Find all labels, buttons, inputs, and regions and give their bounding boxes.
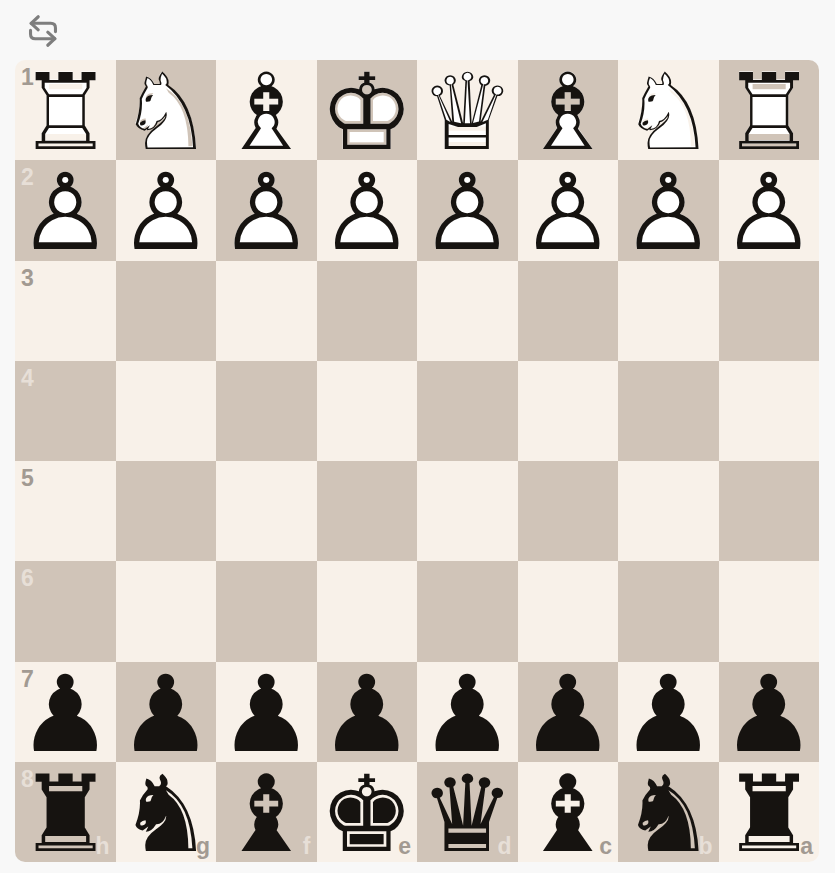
square-d2[interactable]: ♟♙	[417, 160, 518, 260]
piece-glyph: ♕	[420, 60, 515, 166]
piece-glyph: ♛	[420, 762, 515, 862]
piece-white-pawn[interactable]: ♟♙	[15, 160, 116, 260]
piece-black-pawn[interactable]: ♟	[518, 662, 619, 762]
piece-black-pawn[interactable]: ♟	[417, 662, 518, 762]
square-b3[interactable]	[618, 261, 719, 361]
piece-white-rook[interactable]: ♜♖	[15, 60, 116, 160]
piece-glyph: ♞	[118, 762, 213, 862]
piece-glyph: ♜	[18, 762, 113, 862]
piece-white-knight[interactable]: ♞♘	[116, 60, 217, 160]
square-d6[interactable]	[417, 561, 518, 661]
square-d3[interactable]	[417, 261, 518, 361]
square-a4[interactable]	[719, 361, 820, 461]
piece-glyph: ♝	[219, 762, 314, 862]
square-b5[interactable]	[618, 461, 719, 561]
square-g2[interactable]: ♟♙	[116, 160, 217, 260]
square-b8[interactable]: b♞	[618, 762, 719, 862]
piece-white-bishop[interactable]: ♝♗	[216, 60, 317, 160]
piece-glyph: ♟	[18, 662, 113, 768]
piece-black-queen[interactable]: ♛	[417, 762, 518, 862]
piece-glyph: ♘	[621, 60, 716, 166]
piece-glyph: ♖	[18, 60, 113, 166]
piece-white-pawn[interactable]: ♟♙	[317, 160, 418, 260]
square-b4[interactable]	[618, 361, 719, 461]
piece-glyph: ♗	[219, 60, 314, 166]
piece-black-pawn[interactable]: ♟	[719, 662, 820, 762]
piece-white-king[interactable]: ♚♔	[317, 60, 418, 160]
piece-white-pawn[interactable]: ♟♙	[719, 160, 820, 260]
rank-label-4: 4	[21, 367, 34, 390]
square-g6[interactable]	[116, 561, 217, 661]
piece-glyph: ♟	[219, 662, 314, 768]
piece-glyph: ♖	[721, 60, 816, 166]
square-g8[interactable]: g♞	[116, 762, 217, 862]
piece-glyph: ♟	[721, 662, 816, 768]
flip-board-button[interactable]	[24, 12, 62, 50]
piece-glyph: ♙	[219, 160, 314, 266]
square-e8[interactable]: e♚	[317, 762, 418, 862]
piece-white-pawn[interactable]: ♟♙	[216, 160, 317, 260]
square-a3[interactable]	[719, 261, 820, 361]
piece-black-pawn[interactable]: ♟	[618, 662, 719, 762]
square-f1[interactable]: ♝♗	[216, 60, 317, 160]
square-c7[interactable]: ♟	[518, 662, 619, 762]
square-f8[interactable]: f♝	[216, 762, 317, 862]
square-h2[interactable]: 2♟♙	[15, 160, 116, 260]
piece-glyph: ♟	[420, 662, 515, 768]
piece-white-pawn[interactable]: ♟♙	[417, 160, 518, 260]
piece-glyph: ♟	[520, 662, 615, 768]
square-h3[interactable]: 3	[15, 261, 116, 361]
square-f4[interactable]	[216, 361, 317, 461]
square-a8[interactable]: a♜	[719, 762, 820, 862]
square-d4[interactable]	[417, 361, 518, 461]
square-b2[interactable]: ♟♙	[618, 160, 719, 260]
piece-glyph: ♙	[520, 160, 615, 266]
piece-glyph: ♝	[520, 762, 615, 862]
piece-white-queen[interactable]: ♛♕	[417, 60, 518, 160]
piece-black-bishop[interactable]: ♝	[518, 762, 619, 862]
square-f5[interactable]	[216, 461, 317, 561]
piece-glyph: ♙	[319, 160, 414, 266]
piece-glyph: ♙	[621, 160, 716, 266]
square-c3[interactable]	[518, 261, 619, 361]
piece-glyph: ♟	[621, 662, 716, 768]
square-a2[interactable]: ♟♙	[719, 160, 820, 260]
piece-glyph: ♞	[621, 762, 716, 862]
piece-glyph: ♟	[118, 662, 213, 768]
square-c2[interactable]: ♟♙	[518, 160, 619, 260]
piece-glyph: ♚	[319, 762, 414, 862]
piece-glyph: ♜	[721, 762, 816, 862]
square-c1[interactable]: ♝♗	[518, 60, 619, 160]
square-a5[interactable]	[719, 461, 820, 561]
square-g7[interactable]: ♟	[116, 662, 217, 762]
square-f7[interactable]: ♟	[216, 662, 317, 762]
square-d8[interactable]: d♛	[417, 762, 518, 862]
piece-black-rook[interactable]: ♜	[15, 762, 116, 862]
piece-glyph: ♗	[520, 60, 615, 166]
square-g5[interactable]	[116, 461, 217, 561]
piece-black-knight[interactable]: ♞	[618, 762, 719, 862]
square-b6[interactable]	[618, 561, 719, 661]
rank-label-5: 5	[21, 467, 34, 490]
piece-black-pawn[interactable]: ♟	[216, 662, 317, 762]
piece-black-rook[interactable]: ♜	[719, 762, 820, 862]
square-e5[interactable]	[317, 461, 418, 561]
square-e2[interactable]: ♟♙	[317, 160, 418, 260]
square-d1[interactable]: ♛♕	[417, 60, 518, 160]
square-b7[interactable]: ♟	[618, 662, 719, 762]
square-g4[interactable]	[116, 361, 217, 461]
square-f3[interactable]	[216, 261, 317, 361]
piece-black-bishop[interactable]: ♝	[216, 762, 317, 862]
square-h8[interactable]: 8h♜	[15, 762, 116, 862]
square-h5[interactable]: 5	[15, 461, 116, 561]
square-c5[interactable]	[518, 461, 619, 561]
piece-glyph: ♙	[18, 160, 113, 266]
piece-white-pawn[interactable]: ♟♙	[116, 160, 217, 260]
flip-board-icon	[24, 12, 62, 50]
square-b1[interactable]: ♞♘	[618, 60, 719, 160]
piece-white-knight[interactable]: ♞♘	[618, 60, 719, 160]
piece-white-pawn[interactable]: ♟♙	[518, 160, 619, 260]
piece-glyph: ♔	[319, 60, 414, 166]
piece-white-bishop[interactable]: ♝♗	[518, 60, 619, 160]
square-e6[interactable]	[317, 561, 418, 661]
piece-glyph: ♘	[118, 60, 213, 166]
piece-black-knight[interactable]: ♞	[116, 762, 217, 862]
square-e7[interactable]: ♟	[317, 662, 418, 762]
piece-glyph: ♙	[721, 160, 816, 266]
square-a7[interactable]: ♟	[719, 662, 820, 762]
square-h1[interactable]: 1♜♖	[15, 60, 116, 160]
rank-label-6: 6	[21, 567, 34, 590]
piece-glyph: ♙	[420, 160, 515, 266]
square-a1[interactable]: ♜♖	[719, 60, 820, 160]
square-h7[interactable]: 7♟	[15, 662, 116, 762]
square-f6[interactable]	[216, 561, 317, 661]
piece-white-rook[interactable]: ♜♖	[719, 60, 820, 160]
square-c6[interactable]	[518, 561, 619, 661]
chess-board: 1♜♖♞♘♝♗♚♔♛♕♝♗♞♘♜♖2♟♙♟♙♟♙♟♙♟♙♟♙♟♙♟♙34567♟…	[15, 60, 819, 862]
square-f2[interactable]: ♟♙	[216, 160, 317, 260]
square-e3[interactable]	[317, 261, 418, 361]
piece-black-pawn[interactable]: ♟	[116, 662, 217, 762]
square-d7[interactable]: ♟	[417, 662, 518, 762]
piece-glyph: ♟	[319, 662, 414, 768]
square-g1[interactable]: ♞♘	[116, 60, 217, 160]
square-e4[interactable]	[317, 361, 418, 461]
square-c4[interactable]	[518, 361, 619, 461]
piece-glyph: ♙	[118, 160, 213, 266]
piece-white-pawn[interactable]: ♟♙	[618, 160, 719, 260]
square-h4[interactable]: 4	[15, 361, 116, 461]
square-d5[interactable]	[417, 461, 518, 561]
piece-black-king[interactable]: ♚	[317, 762, 418, 862]
piece-black-pawn[interactable]: ♟	[15, 662, 116, 762]
square-c8[interactable]: c♝	[518, 762, 619, 862]
square-a6[interactable]	[719, 561, 820, 661]
square-g3[interactable]	[116, 261, 217, 361]
piece-black-pawn[interactable]: ♟	[317, 662, 418, 762]
square-h6[interactable]: 6	[15, 561, 116, 661]
square-e1[interactable]: ♚♔	[317, 60, 418, 160]
